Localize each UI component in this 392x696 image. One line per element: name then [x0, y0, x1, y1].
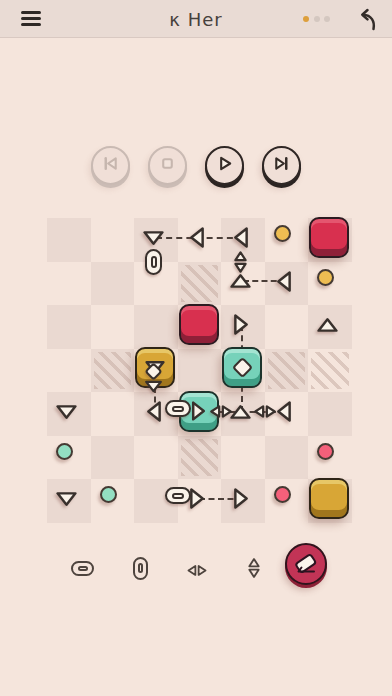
piece-tri-down[interactable] — [142, 230, 165, 250]
page-title: κ Her — [0, 9, 392, 30]
block-glyph-tri-right — [191, 396, 206, 426]
board-square — [178, 262, 222, 306]
pill-hole — [151, 256, 157, 268]
block-red — [309, 217, 349, 258]
board-square — [178, 349, 222, 393]
tray-item-split-h[interactable] — [186, 562, 208, 581]
board-square — [91, 262, 135, 306]
board-square — [91, 349, 135, 393]
tray-item-pill-v[interactable] — [133, 557, 148, 580]
dot-pink — [317, 443, 334, 460]
board-square — [134, 436, 178, 480]
play-icon — [215, 154, 234, 177]
piece-tri-left[interactable] — [146, 400, 162, 427]
connector-pill-h[interactable] — [165, 487, 191, 504]
dot-yellow — [274, 225, 291, 242]
dot-pink — [274, 486, 291, 503]
board-square — [265, 349, 309, 393]
board-square — [47, 305, 91, 349]
undo-arrow-icon — [354, 7, 378, 31]
playback-controls — [0, 146, 392, 185]
top-bar: κ Her — [0, 0, 392, 38]
dot-yellow — [317, 269, 334, 286]
eraser-icon — [293, 551, 320, 578]
pill-hole — [138, 563, 143, 573]
piece-tri-right[interactable] — [233, 487, 249, 514]
pill-hole — [172, 406, 184, 412]
board-square — [308, 349, 352, 393]
playback-stop-button[interactable] — [148, 146, 187, 185]
tray-item-pill-h[interactable] — [71, 561, 94, 576]
piece-tri-left[interactable] — [276, 270, 292, 297]
skip-forward-icon — [272, 154, 291, 177]
dot-teal — [56, 443, 73, 460]
hatched-square-pattern — [181, 265, 219, 303]
connector-pill-v[interactable] — [145, 249, 162, 275]
playback-play-button[interactable] — [205, 146, 244, 185]
page-dot-active — [303, 16, 309, 22]
pill-hole — [172, 493, 184, 499]
hatched-square-pattern — [181, 439, 219, 477]
piece-tri-right[interactable] — [189, 487, 205, 514]
piece-tri-down[interactable] — [55, 491, 78, 511]
piece-tri-right[interactable] — [233, 313, 249, 340]
piece-tri-left[interactable] — [189, 226, 205, 253]
app-screen: κ Her — [0, 0, 392, 696]
page-dot — [314, 16, 320, 22]
hatched-square-pattern — [268, 352, 306, 390]
hatched-square-pattern — [311, 352, 349, 390]
connector-pill-h[interactable] — [165, 400, 191, 417]
skip-back-icon — [101, 154, 120, 177]
board-square — [221, 436, 265, 480]
playback-skip-forward-button[interactable] — [262, 146, 301, 185]
eraser-button[interactable] — [285, 543, 327, 585]
playback-skip-back-button[interactable] — [91, 146, 130, 185]
board-square — [47, 262, 91, 306]
connector-split-v[interactable] — [233, 250, 248, 278]
board-square — [91, 436, 135, 480]
block-red — [179, 304, 219, 345]
board-square — [91, 392, 135, 436]
block-teal — [222, 347, 262, 388]
dot-teal — [100, 486, 117, 503]
block-yellow — [309, 478, 349, 519]
block-glyph-diamond — [235, 352, 250, 382]
board-square — [47, 349, 91, 393]
hatched-square-pattern — [94, 352, 132, 390]
board-square — [308, 392, 352, 436]
connector-split-h[interactable] — [209, 404, 233, 423]
board-square — [91, 305, 135, 349]
board-square — [265, 436, 309, 480]
tray-item-split-v[interactable] — [247, 557, 261, 583]
page-dots — [303, 16, 330, 22]
stop-icon — [158, 154, 177, 177]
undo-button[interactable] — [354, 7, 378, 31]
page-dot — [324, 16, 330, 22]
connector-split-h[interactable] — [253, 404, 277, 423]
piece-tri-up[interactable] — [316, 317, 339, 337]
piece-tri-left[interactable] — [276, 400, 292, 427]
board-square — [265, 305, 309, 349]
board-square — [178, 436, 222, 480]
pill-hole — [78, 566, 88, 571]
board-square — [47, 218, 91, 262]
piece-tri-down[interactable] — [55, 404, 78, 424]
board-square — [91, 218, 135, 262]
board-square — [134, 305, 178, 349]
connector-tri-down-small[interactable] — [144, 378, 163, 397]
